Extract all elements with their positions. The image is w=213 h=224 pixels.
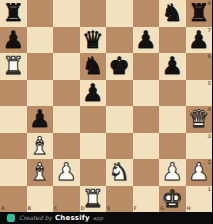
coord-file-b: B [28, 206, 32, 211]
square-g6[interactable]: ♟ [159, 53, 186, 80]
piece-black-pawn[interactable]: ♟ [82, 80, 104, 107]
square-f1[interactable]: F [133, 186, 160, 213]
square-b4[interactable]: ♟ [27, 106, 54, 133]
piece-white-rook[interactable]: ♜ [2, 53, 24, 80]
square-a2[interactable] [0, 159, 27, 186]
chessify-logo-icon [7, 214, 15, 222]
chess-diagram: ♜♞8♜♟♛♟7♟♜♞♚♟6♟5♟4♛♝3♝♟♞♟2♟ABCD♜EFG♚H1 C… [0, 0, 212, 224]
square-h3[interactable]: 3 [186, 133, 213, 160]
square-g2[interactable]: ♟ [159, 159, 186, 186]
coord-rank-3: 3 [208, 134, 211, 139]
square-f8[interactable] [133, 0, 160, 27]
square-c4[interactable] [53, 106, 80, 133]
piece-black-rook[interactable]: ♜ [188, 0, 210, 27]
square-c2[interactable]: ♟ [53, 159, 80, 186]
coord-file-h: H [187, 206, 191, 211]
square-d8[interactable] [80, 0, 107, 27]
piece-white-pawn[interactable]: ♟ [161, 159, 183, 186]
square-e1[interactable]: E [106, 186, 133, 213]
square-h2[interactable]: 2♟ [186, 159, 213, 186]
square-e6[interactable]: ♚ [106, 53, 133, 80]
piece-white-rook[interactable]: ♜ [82, 186, 104, 213]
piece-black-pawn[interactable]: ♟ [29, 106, 51, 133]
square-b2[interactable]: ♝ [27, 159, 54, 186]
piece-black-knight[interactable]: ♞ [82, 53, 104, 80]
square-d6[interactable]: ♞ [80, 53, 107, 80]
square-a4[interactable] [0, 106, 27, 133]
piece-black-pawn[interactable]: ♟ [161, 53, 183, 80]
piece-black-pawn[interactable]: ♟ [2, 27, 24, 54]
piece-black-pawn[interactable]: ♟ [188, 27, 210, 54]
watermark-text: Created by Chessify app [19, 214, 103, 222]
app-suffix: app [93, 215, 103, 221]
square-f4[interactable] [133, 106, 160, 133]
square-g7[interactable] [159, 27, 186, 54]
square-b8[interactable] [27, 0, 54, 27]
square-h6[interactable]: 6 [186, 53, 213, 80]
square-b6[interactable] [27, 53, 54, 80]
created-by-label: Created by [19, 214, 52, 221]
square-c6[interactable] [53, 53, 80, 80]
square-f6[interactable] [133, 53, 160, 80]
square-c1[interactable]: C [53, 186, 80, 213]
square-a5[interactable] [0, 80, 27, 107]
square-b3[interactable]: ♝ [27, 133, 54, 160]
square-b5[interactable] [27, 80, 54, 107]
piece-black-king[interactable]: ♚ [108, 53, 130, 80]
piece-black-queen[interactable]: ♛ [82, 27, 104, 54]
brand-name: Chessify [55, 214, 90, 222]
coord-file-a: A [1, 206, 5, 211]
square-a7[interactable]: ♟ [0, 27, 27, 54]
square-a1[interactable]: A [0, 186, 27, 213]
piece-white-pawn[interactable]: ♟ [188, 159, 210, 186]
piece-black-rook[interactable]: ♜ [2, 0, 24, 27]
coord-file-c: C [54, 206, 58, 211]
coord-file-f: F [134, 206, 137, 211]
coord-rank-1: 1 [208, 187, 211, 192]
square-e2[interactable]: ♞ [106, 159, 133, 186]
square-f3[interactable] [133, 133, 160, 160]
square-c7[interactable] [53, 27, 80, 54]
coord-rank-6: 6 [208, 54, 211, 59]
square-h4[interactable]: 4♛ [186, 106, 213, 133]
square-b1[interactable]: B [27, 186, 54, 213]
square-f5[interactable] [133, 80, 160, 107]
square-c5[interactable] [53, 80, 80, 107]
square-e5[interactable] [106, 80, 133, 107]
coord-rank-5: 5 [208, 81, 211, 86]
square-a6[interactable]: ♜ [0, 53, 27, 80]
square-d5[interactable]: ♟ [80, 80, 107, 107]
square-d1[interactable]: D♜ [80, 186, 107, 213]
piece-white-king[interactable]: ♚ [161, 186, 183, 213]
piece-black-pawn[interactable]: ♟ [135, 27, 157, 54]
square-g1[interactable]: G♚ [159, 186, 186, 213]
square-f2[interactable] [133, 159, 160, 186]
square-a8[interactable]: ♜ [0, 0, 27, 27]
piece-black-knight[interactable]: ♞ [161, 0, 183, 27]
watermark-bar: Created by Chessify app [0, 212, 212, 224]
square-d4[interactable] [80, 106, 107, 133]
square-e7[interactable] [106, 27, 133, 54]
square-h8[interactable]: 8♜ [186, 0, 213, 27]
square-d2[interactable] [80, 159, 107, 186]
square-c3[interactable] [53, 133, 80, 160]
square-a3[interactable] [0, 133, 27, 160]
square-e8[interactable] [106, 0, 133, 27]
piece-white-bishop[interactable]: ♝ [29, 159, 51, 186]
square-e4[interactable] [106, 106, 133, 133]
square-g8[interactable]: ♞ [159, 0, 186, 27]
piece-white-knight[interactable]: ♞ [108, 159, 130, 186]
piece-white-bishop[interactable]: ♝ [29, 133, 51, 160]
square-g3[interactable] [159, 133, 186, 160]
coord-file-e: E [107, 206, 110, 211]
square-g5[interactable] [159, 80, 186, 107]
chess-board[interactable]: ♜♞8♜♟♛♟7♟♜♞♚♟6♟5♟4♛♝3♝♟♞♟2♟ABCD♜EFG♚H1 [0, 0, 212, 212]
square-e3[interactable] [106, 133, 133, 160]
square-h1[interactable]: H1 [186, 186, 213, 213]
square-b7[interactable] [27, 27, 54, 54]
piece-white-queen[interactable]: ♛ [188, 106, 210, 133]
piece-white-pawn[interactable]: ♟ [55, 159, 77, 186]
square-d7[interactable]: ♛ [80, 27, 107, 54]
square-g4[interactable] [159, 106, 186, 133]
square-h7[interactable]: 7♟ [186, 27, 213, 54]
square-h5[interactable]: 5 [186, 80, 213, 107]
square-f7[interactable]: ♟ [133, 27, 160, 54]
square-c8[interactable] [53, 0, 80, 27]
square-d3[interactable] [80, 133, 107, 160]
